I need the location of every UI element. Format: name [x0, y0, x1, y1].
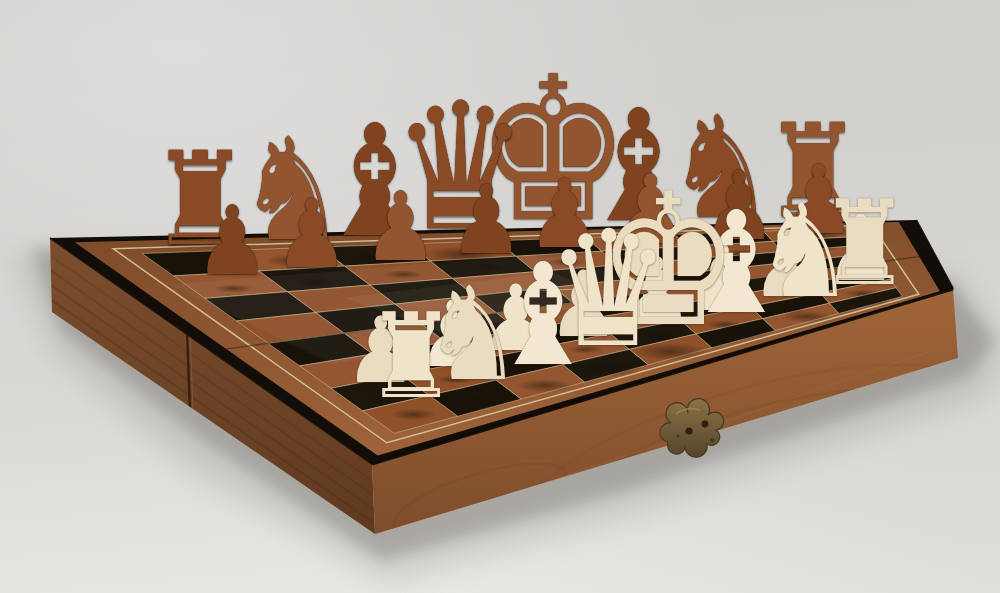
piece-ivory-rook-a1[interactable]: ♜: [365, 297, 457, 415]
piece-red-pawn-b7[interactable]: ♟: [275, 187, 350, 283]
pieces-layer: ♜♞♝♛♚♝♞♜♟♟♟♟♟♟♟♟♟♟♟♟♟♟♟♟♜♞♝♛♚♝♞♜: [0, 0, 1000, 593]
piece-red-pawn-a7[interactable]: ♟: [195, 194, 270, 290]
photo-stage: ♜♞♝♛♚♝♞♜♟♟♟♟♟♟♟♟♟♟♟♟♟♟♟♟♜♞♝♛♚♝♞♜: [0, 0, 1000, 593]
